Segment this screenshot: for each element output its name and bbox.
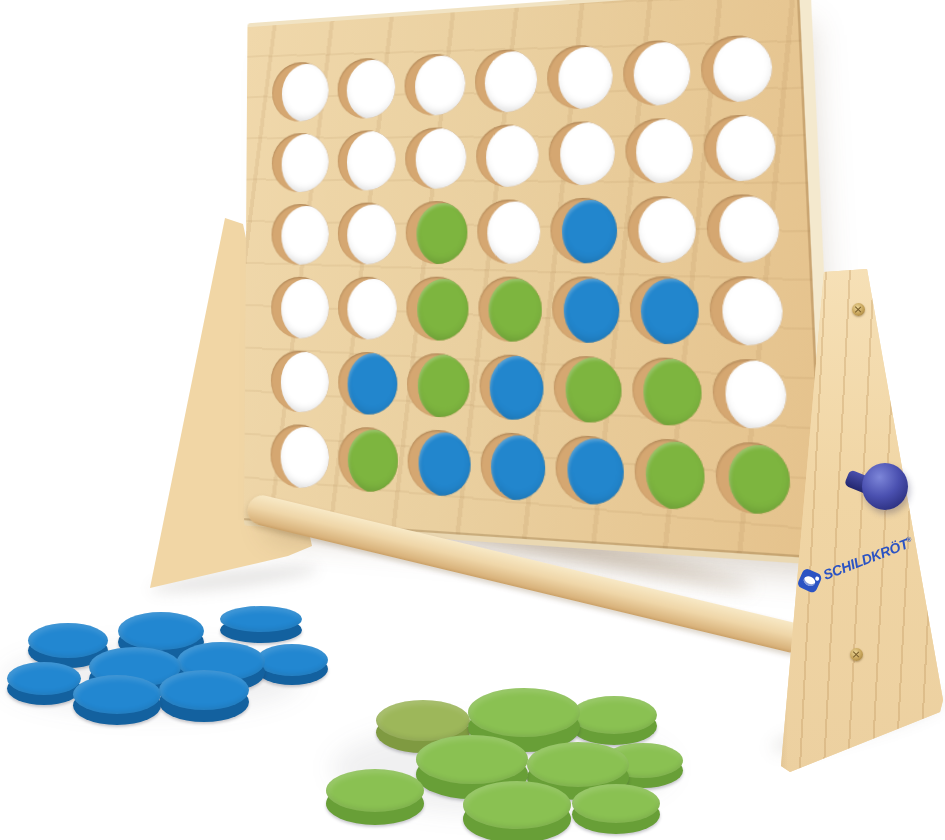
empty-hole	[718, 196, 780, 263]
hole-r3c1	[271, 204, 328, 265]
blue-disc	[418, 432, 471, 498]
empty-hole	[347, 131, 396, 192]
empty-hole	[280, 426, 328, 489]
blue-disc	[490, 356, 545, 421]
empty-hole	[638, 198, 697, 263]
hole-r6c4	[480, 432, 546, 502]
green-pile-shadow	[332, 722, 672, 814]
blue-disc	[563, 278, 620, 343]
registered-mark: ®	[905, 535, 912, 543]
empty-hole	[281, 206, 328, 265]
green-disc	[565, 357, 623, 424]
green-disc	[417, 279, 469, 341]
hole-r1c3	[404, 52, 465, 116]
blue-disc	[491, 434, 546, 501]
hole-r6c6	[634, 438, 707, 511]
hole-r5c1	[271, 350, 329, 414]
hole-r6c1	[270, 424, 328, 490]
hole-r2c2	[337, 129, 396, 192]
hole-r3c7	[706, 194, 780, 263]
hole-r3c4	[476, 199, 541, 264]
hole-r4c4	[478, 277, 543, 342]
hole-r2c7	[703, 113, 777, 182]
hole-r4c5	[552, 276, 620, 343]
product-photo-connect-four: SCHILDKRÖT®	[0, 0, 945, 840]
green-disc	[348, 429, 398, 494]
empty-hole	[347, 279, 397, 340]
hole-r5c2	[338, 351, 398, 416]
empty-hole	[636, 118, 695, 184]
hole-r6c3	[408, 429, 471, 497]
empty-hole	[486, 125, 540, 188]
empty-hole	[281, 62, 328, 122]
hole-r1c4	[474, 48, 538, 113]
hole-r4c6	[629, 276, 700, 344]
connect-four-board	[244, 0, 838, 566]
blue-disc	[561, 199, 618, 263]
empty-hole	[485, 50, 538, 114]
hole-r1c1	[272, 61, 328, 123]
empty-hole	[559, 122, 615, 186]
empty-hole	[280, 352, 328, 414]
hole-r4c7	[709, 276, 784, 345]
empty-hole	[281, 133, 328, 193]
hole-r1c6	[622, 39, 692, 107]
blue-pile-shadow	[2, 646, 302, 714]
hole-r1c7	[700, 34, 773, 103]
hole-r2c5	[548, 120, 615, 186]
green-disc	[643, 359, 703, 427]
hole-r3c6	[627, 196, 698, 263]
board-grid	[244, 0, 825, 559]
blue-disc	[567, 437, 625, 506]
screw-icon-top	[852, 303, 865, 316]
empty-hole	[712, 35, 773, 103]
green-disc	[417, 355, 469, 419]
empty-hole	[633, 40, 691, 106]
hole-r1c2	[337, 57, 395, 120]
release-knob-icon	[862, 463, 908, 510]
green-disc	[645, 441, 706, 511]
hole-r4c1	[271, 277, 328, 339]
hole-r2c3	[405, 126, 466, 190]
green-disc	[728, 444, 792, 516]
hole-r5c4	[479, 354, 545, 421]
hole-r3c3	[406, 201, 468, 264]
blue-disc	[641, 278, 701, 344]
blue-tray-disc-1	[220, 606, 302, 643]
empty-hole	[347, 204, 396, 264]
blue-disc	[348, 353, 398, 416]
hole-r5c5	[554, 355, 623, 424]
hole-r6c7	[715, 441, 791, 515]
empty-hole	[724, 360, 787, 430]
hole-r3c2	[337, 202, 396, 264]
hole-r2c1	[272, 132, 329, 193]
green-disc	[488, 278, 542, 341]
screw-icon-bottom	[850, 648, 863, 661]
hole-r2c6	[624, 117, 694, 185]
hole-r5c3	[407, 352, 470, 418]
empty-hole	[558, 45, 614, 110]
hole-r6c5	[555, 435, 624, 506]
hole-r3c5	[550, 198, 618, 264]
empty-hole	[415, 54, 466, 116]
empty-hole	[715, 115, 777, 182]
green-disc	[416, 203, 468, 265]
empty-hole	[721, 278, 784, 345]
hole-r5c6	[631, 357, 703, 427]
hole-r4c3	[406, 277, 468, 341]
empty-hole	[415, 128, 466, 190]
empty-hole	[347, 58, 396, 119]
hole-r6c2	[338, 426, 398, 493]
empty-hole	[281, 279, 329, 339]
hole-r1c5	[547, 43, 614, 110]
empty-hole	[487, 201, 541, 264]
hole-r5c7	[712, 358, 788, 430]
hole-r2c4	[475, 123, 539, 188]
hole-r4c2	[338, 277, 398, 340]
